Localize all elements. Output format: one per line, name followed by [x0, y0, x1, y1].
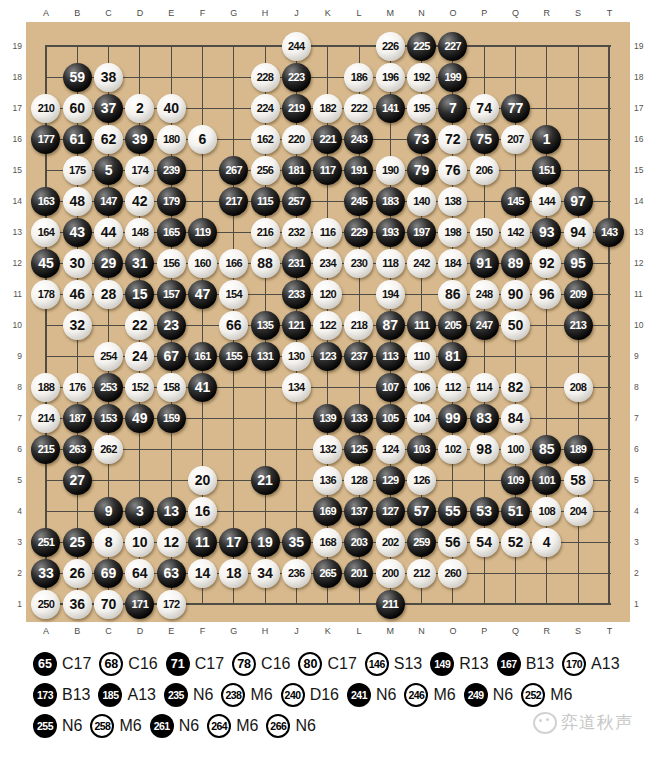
- board-intersection: 257: [281, 186, 312, 217]
- black-stone: 257: [282, 187, 311, 216]
- annotation-point-label: N6: [193, 686, 213, 704]
- board-intersection: 83: [469, 403, 500, 434]
- black-move-badge: 249: [464, 683, 488, 707]
- board-intersection: [187, 589, 218, 620]
- board-intersection: [437, 589, 468, 620]
- board-intersection: 107: [375, 372, 406, 403]
- white-stone: 42: [125, 187, 154, 216]
- annotation-entry: 264M6: [207, 714, 258, 738]
- black-stone: 243: [344, 125, 373, 154]
- board-intersection: 242: [406, 248, 437, 279]
- white-stone: 50: [501, 311, 530, 340]
- white-stone: 244: [282, 32, 311, 61]
- row-label: 12: [0, 258, 22, 268]
- black-stone: 107: [376, 373, 405, 402]
- black-stone: 1: [532, 125, 561, 154]
- board-intersection: [343, 31, 374, 62]
- board-intersection: 187: [62, 403, 93, 434]
- board-intersection: [30, 465, 61, 496]
- board-intersection: [218, 465, 249, 496]
- board-intersection: 28: [93, 279, 124, 310]
- board-intersection: 38: [93, 62, 124, 93]
- annotation-point-label: M6: [550, 686, 572, 704]
- board-intersection: 169: [312, 496, 343, 527]
- board-intersection: 25: [62, 527, 93, 558]
- white-stone: 6: [188, 125, 217, 154]
- board-intersection: 137: [343, 496, 374, 527]
- annotation-entry: 241N6: [347, 683, 396, 707]
- board-intersection: 131: [249, 341, 280, 372]
- white-stone: 182: [313, 94, 342, 123]
- annotation-entry: 68C16: [99, 652, 157, 676]
- board-intersection: 54: [469, 527, 500, 558]
- black-stone: 69: [94, 559, 123, 588]
- black-stone: 139: [313, 404, 342, 433]
- white-stone: 20: [188, 466, 217, 495]
- board-intersection: 64: [124, 558, 155, 589]
- black-stone: 201: [344, 559, 373, 588]
- board-intersection: 161: [187, 341, 218, 372]
- white-stone: 104: [407, 404, 436, 433]
- black-stone: 227: [438, 32, 467, 61]
- board-intersection: 154: [218, 279, 249, 310]
- white-stone: 248: [470, 280, 499, 309]
- black-stone: 51: [501, 497, 530, 526]
- black-stone: 35: [282, 528, 311, 557]
- board-intersection: [594, 434, 625, 465]
- board-intersection: 206: [469, 155, 500, 186]
- board-intersection: [93, 310, 124, 341]
- white-stone: 142: [501, 218, 530, 247]
- board-intersection: 81: [437, 341, 468, 372]
- board-intersection: 55: [437, 496, 468, 527]
- white-stone: 134: [282, 373, 311, 402]
- board-intersection: 118: [375, 248, 406, 279]
- annotation-entry: 146S13: [365, 652, 422, 676]
- board-intersection: [531, 31, 562, 62]
- black-stone: 19: [251, 528, 280, 557]
- white-stone: 216: [251, 218, 280, 247]
- board-intersection: [218, 31, 249, 62]
- board-intersection: [531, 403, 562, 434]
- white-stone: 212: [407, 559, 436, 588]
- board-intersection: 136: [312, 465, 343, 496]
- white-stone: 226: [376, 32, 405, 61]
- board-intersection: [594, 558, 625, 589]
- board-intersection: [469, 341, 500, 372]
- board-intersection: [594, 403, 625, 434]
- black-stone: 237: [344, 342, 373, 371]
- watermark-text: 弈道秋声: [561, 711, 633, 734]
- white-move-badge: 238: [221, 683, 245, 707]
- black-stone: 5: [94, 156, 123, 185]
- board-intersection: 93: [531, 217, 562, 248]
- column-label: H: [256, 8, 274, 18]
- white-stone: 44: [94, 218, 123, 247]
- column-label: G: [225, 626, 243, 636]
- annotation-entry: 170A13: [562, 652, 619, 676]
- board-intersection: 151: [531, 155, 562, 186]
- board-intersection: 221: [312, 124, 343, 155]
- white-stone: 32: [63, 311, 92, 340]
- board-intersection: 188: [30, 372, 61, 403]
- board-intersection: 94: [562, 217, 593, 248]
- white-stone: 158: [157, 373, 186, 402]
- row-label: 1: [0, 599, 22, 609]
- white-stone: 64: [125, 559, 154, 588]
- column-label: A: [37, 8, 55, 18]
- board-intersection: [124, 434, 155, 465]
- white-stone: 160: [188, 249, 217, 278]
- white-stone: 124: [376, 435, 405, 464]
- board-intersection: 265: [312, 558, 343, 589]
- white-stone: 52: [501, 528, 530, 557]
- white-stone: 22: [125, 311, 154, 340]
- white-stone: 46: [63, 280, 92, 309]
- white-stone: 106: [407, 373, 436, 402]
- black-stone: 91: [470, 249, 499, 278]
- board-intersection: [531, 93, 562, 124]
- board-intersection: [469, 186, 500, 217]
- black-stone: 125: [344, 435, 373, 464]
- board-intersection: 1: [531, 124, 562, 155]
- board-intersection: 86: [437, 279, 468, 310]
- board-intersection: [281, 496, 312, 527]
- board-intersection: 172: [156, 589, 187, 620]
- board-intersection: 47: [187, 279, 218, 310]
- row-label: 14: [634, 196, 650, 206]
- board-intersection: 130: [281, 341, 312, 372]
- white-stone: 26: [63, 559, 92, 588]
- board-intersection: [187, 155, 218, 186]
- black-move-badge: 185: [98, 683, 122, 707]
- row-label: 5: [0, 475, 22, 485]
- annotation-entry: 258M6: [90, 714, 141, 738]
- white-stone: 100: [501, 435, 530, 464]
- board-intersection: [249, 279, 280, 310]
- board-intersection: 42: [124, 186, 155, 217]
- row-label: 14: [0, 196, 22, 206]
- row-label: 17: [634, 103, 650, 113]
- annotation-entry: 261N6: [150, 714, 199, 738]
- black-stone: 89: [501, 249, 530, 278]
- white-stone: 260: [438, 559, 467, 588]
- row-label: 18: [0, 72, 22, 82]
- board-intersection: 51: [500, 496, 531, 527]
- board-intersection: 14: [187, 558, 218, 589]
- black-stone: 219: [282, 94, 311, 123]
- board-intersection: [156, 465, 187, 496]
- board-intersection: [594, 341, 625, 372]
- white-stone: 4: [532, 528, 561, 557]
- board-intersection: 96: [531, 279, 562, 310]
- board-intersection: 225: [406, 31, 437, 62]
- black-stone: 145: [501, 187, 530, 216]
- board-intersection: 109: [500, 465, 531, 496]
- board-intersection: 168: [312, 527, 343, 558]
- column-label: B: [68, 8, 86, 18]
- board-intersection: [469, 62, 500, 93]
- board-intersection: [62, 341, 93, 372]
- black-stone: 131: [251, 342, 280, 371]
- board-intersection: 239: [156, 155, 187, 186]
- annotation-point-label: R13: [459, 655, 488, 673]
- board-intersection: 174: [124, 155, 155, 186]
- row-label: 4: [0, 506, 22, 516]
- black-stone: 221: [313, 125, 342, 154]
- column-label: M: [381, 8, 399, 18]
- board-intersection: 179: [156, 186, 187, 217]
- board-intersection: [187, 403, 218, 434]
- board-intersection: 30: [62, 248, 93, 279]
- annotation-point-label: N6: [179, 717, 199, 735]
- black-stone: 209: [564, 280, 593, 309]
- black-stone: 109: [501, 466, 530, 495]
- black-stone: 245: [344, 187, 373, 216]
- board-intersection: 79: [406, 155, 437, 186]
- column-label: L: [350, 8, 368, 18]
- black-move-badge: 167: [497, 652, 521, 676]
- board-intersection: 228: [249, 62, 280, 93]
- board-intersection: 233: [281, 279, 312, 310]
- board-intersection: [469, 465, 500, 496]
- board-intersection: 250: [30, 589, 61, 620]
- board-intersection: 57: [406, 496, 437, 527]
- column-label: O: [444, 8, 462, 18]
- white-stone: 90: [501, 280, 530, 309]
- white-stone: 82: [501, 373, 530, 402]
- row-label: 9: [0, 351, 22, 361]
- board-intersection: [281, 589, 312, 620]
- annotation-point-label: N6: [376, 686, 396, 704]
- board-intersection: 40: [156, 93, 187, 124]
- black-stone: 259: [407, 528, 436, 557]
- white-stone: 28: [94, 280, 123, 309]
- white-stone: 30: [63, 249, 92, 278]
- board-intersection: 192: [406, 62, 437, 93]
- black-stone: 43: [63, 218, 92, 247]
- board-intersection: 15: [124, 279, 155, 310]
- board-intersection: [187, 310, 218, 341]
- black-stone: 17: [219, 528, 248, 557]
- board-intersection: 244: [281, 31, 312, 62]
- white-move-badge: 80: [298, 652, 322, 676]
- black-stone: 177: [31, 125, 60, 154]
- board-intersection: 104: [406, 403, 437, 434]
- board-intersection: [562, 124, 593, 155]
- row-label: 15: [0, 165, 22, 175]
- board-intersection: 106: [406, 372, 437, 403]
- board-intersection: [406, 589, 437, 620]
- black-stone: 83: [470, 404, 499, 433]
- black-stone: 77: [501, 94, 530, 123]
- board-intersection: [187, 93, 218, 124]
- annotation-entry: 255N6: [33, 714, 82, 738]
- board-intersection: [218, 93, 249, 124]
- board-intersection: 75: [469, 124, 500, 155]
- white-stone: 36: [63, 590, 92, 619]
- black-stone: 123: [313, 342, 342, 371]
- white-stone: 164: [31, 218, 60, 247]
- board-intersection: [531, 310, 562, 341]
- column-label: S: [569, 8, 587, 18]
- black-stone: 59: [63, 63, 92, 92]
- board-intersection: 18: [218, 558, 249, 589]
- board-intersection: 219: [281, 93, 312, 124]
- board-intersection: [218, 589, 249, 620]
- black-stone: 117: [313, 156, 342, 185]
- board-intersection: 3: [124, 496, 155, 527]
- white-stone: 200: [376, 559, 405, 588]
- board-intersection: 165: [156, 217, 187, 248]
- column-label: M: [381, 626, 399, 636]
- annotation-entry: 238M6: [221, 683, 272, 707]
- white-stone: 250: [31, 590, 60, 619]
- board-intersection: 98: [469, 434, 500, 465]
- white-stone: 34: [251, 559, 280, 588]
- white-stone: 154: [219, 280, 248, 309]
- black-stone: 49: [125, 404, 154, 433]
- board-intersection: 178: [30, 279, 61, 310]
- column-label: E: [162, 626, 180, 636]
- white-stone: 148: [125, 218, 154, 247]
- board-intersection: [312, 589, 343, 620]
- board-intersection: [469, 558, 500, 589]
- white-stone: 74: [470, 94, 499, 123]
- white-stone: 232: [282, 218, 311, 247]
- board-intersection: 5: [93, 155, 124, 186]
- board-intersection: [218, 434, 249, 465]
- black-stone: 105: [376, 404, 405, 433]
- board-intersection: 247: [469, 310, 500, 341]
- board-intersection: 191: [343, 155, 374, 186]
- white-stone: 190: [376, 156, 405, 185]
- white-stone: 222: [344, 94, 373, 123]
- board-intersection: 121: [281, 310, 312, 341]
- board-intersection: 163: [30, 186, 61, 217]
- white-stone: 72: [438, 125, 467, 154]
- column-label: L: [350, 626, 368, 636]
- black-stone: 15: [125, 280, 154, 309]
- annotation-entry: 167B13: [497, 652, 554, 676]
- annotation-point-label: M6: [250, 686, 272, 704]
- row-label: 10: [0, 320, 22, 330]
- white-stone: 180: [157, 125, 186, 154]
- column-label: G: [225, 8, 243, 18]
- black-stone: 267: [219, 156, 248, 185]
- black-stone: 229: [344, 218, 373, 247]
- row-label: 7: [634, 413, 650, 423]
- white-stone: 224: [251, 94, 280, 123]
- black-stone: 33: [31, 559, 60, 588]
- white-stone: 14: [188, 559, 217, 588]
- board-intersection: 164: [30, 217, 61, 248]
- white-stone: 162: [251, 125, 280, 154]
- black-stone: 181: [282, 156, 311, 185]
- row-label: 11: [0, 289, 22, 299]
- board-intersection: 52: [500, 527, 531, 558]
- white-stone: 120: [313, 280, 342, 309]
- annotation-point-label: N6: [62, 717, 82, 735]
- row-label: 2: [634, 568, 650, 578]
- black-stone: 99: [438, 404, 467, 433]
- annotation-point-label: N6: [295, 717, 315, 735]
- white-stone: 218: [344, 311, 373, 340]
- board-intersection: 116: [312, 217, 343, 248]
- black-stone: 213: [564, 311, 593, 340]
- black-stone: 93: [532, 218, 561, 247]
- board-intersection: [187, 62, 218, 93]
- black-stone: 215: [31, 435, 60, 464]
- board-intersection: 157: [156, 279, 187, 310]
- column-label: N: [413, 626, 431, 636]
- white-stone: 150: [470, 218, 499, 247]
- board-intersection: 227: [437, 31, 468, 62]
- column-label: E: [162, 8, 180, 18]
- board-intersection: [594, 186, 625, 217]
- annotation-point-label: A13: [591, 655, 619, 673]
- board-intersection: 229: [343, 217, 374, 248]
- board-intersection: 186: [343, 62, 374, 93]
- black-stone: 141: [376, 94, 405, 123]
- board-intersection: 248: [469, 279, 500, 310]
- annotation-point-label: C17: [327, 655, 356, 673]
- black-stone: 63: [157, 559, 186, 588]
- black-stone: 159: [157, 404, 186, 433]
- board-intersection: 45: [30, 248, 61, 279]
- row-label: 17: [0, 103, 22, 113]
- white-stone: 62: [94, 125, 123, 154]
- white-stone: 66: [219, 311, 248, 340]
- board-intersection: 113: [375, 341, 406, 372]
- annotation-row: 255N6258M6261N6264M6266N6: [33, 713, 316, 739]
- board-intersection: 217: [218, 186, 249, 217]
- board-intersection: 125: [343, 434, 374, 465]
- row-label: 6: [0, 444, 22, 454]
- white-stone: 70: [94, 590, 123, 619]
- watermark: 弈道秋声: [533, 711, 633, 734]
- board-intersection: [312, 62, 343, 93]
- board-intersection: 262: [93, 434, 124, 465]
- white-stone: 56: [438, 528, 467, 557]
- column-label: B: [68, 626, 86, 636]
- white-stone: 198: [438, 218, 467, 247]
- white-stone: 196: [376, 63, 405, 92]
- black-stone: 95: [564, 249, 593, 278]
- white-stone: 202: [376, 528, 405, 557]
- board-intersection: 148: [124, 217, 155, 248]
- black-stone: 25: [63, 528, 92, 557]
- board-intersection: 17: [218, 527, 249, 558]
- board-intersection: 44: [93, 217, 124, 248]
- board-intersection: [218, 217, 249, 248]
- black-stone: 161: [188, 342, 217, 371]
- board-intersection: [249, 496, 280, 527]
- board-intersection: [531, 62, 562, 93]
- board-intersection: 256: [249, 155, 280, 186]
- white-stone: 242: [407, 249, 436, 278]
- board-intersection: 115: [249, 186, 280, 217]
- white-stone: 192: [407, 63, 436, 92]
- row-label: 6: [634, 444, 650, 454]
- white-stone: 128: [344, 466, 373, 495]
- white-stone: 96: [532, 280, 561, 309]
- board-intersection: 189: [562, 434, 593, 465]
- board-intersection: 119: [187, 217, 218, 248]
- board-intersection: [249, 372, 280, 403]
- board-intersection: [594, 496, 625, 527]
- board-intersection: [343, 279, 374, 310]
